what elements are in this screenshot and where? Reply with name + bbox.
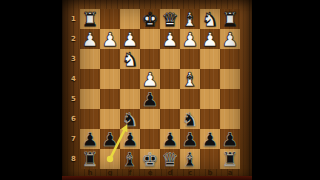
square-g8[interactable] bbox=[100, 149, 120, 169]
square-g3[interactable] bbox=[100, 49, 120, 69]
white-pawn-icon: ♟ bbox=[201, 30, 218, 49]
black-knight-icon: ♞ bbox=[181, 110, 198, 129]
square-e3[interactable] bbox=[140, 49, 160, 69]
white-pawn-icon: ♟ bbox=[221, 30, 238, 49]
white-pawn-icon: ♟ bbox=[81, 30, 98, 49]
square-h6[interactable] bbox=[80, 109, 100, 129]
square-c4[interactable]: ♝ bbox=[180, 69, 200, 89]
square-a7[interactable]: ♟ bbox=[220, 129, 240, 149]
square-d8[interactable]: ♛ bbox=[160, 149, 180, 169]
square-g7[interactable]: ♟ bbox=[100, 129, 120, 149]
square-b3[interactable] bbox=[200, 49, 220, 69]
square-a5[interactable] bbox=[220, 89, 240, 109]
square-h5[interactable] bbox=[80, 89, 100, 109]
chess-app-screen: 12345678 ♜♚♛♝♞♜♟♟♟♟♟♟♟♞♟♝♟♞♞♟♟♟♟♟♟♟♜♝♚♛♝… bbox=[0, 0, 320, 180]
square-b8[interactable] bbox=[200, 149, 220, 169]
black-bishop-icon: ♝ bbox=[121, 150, 138, 169]
black-king-icon: ♚ bbox=[141, 150, 158, 169]
white-knight-icon: ♞ bbox=[121, 50, 138, 69]
black-rook-icon: ♜ bbox=[81, 150, 98, 169]
white-bishop-icon: ♝ bbox=[181, 70, 198, 89]
white-pawn-icon: ♟ bbox=[141, 70, 158, 89]
rank-label-4: 4 bbox=[62, 69, 80, 89]
square-g2[interactable]: ♟ bbox=[100, 29, 120, 49]
black-knight-icon: ♞ bbox=[121, 110, 138, 129]
chess-board: 12345678 ♜♚♛♝♞♜♟♟♟♟♟♟♟♞♟♝♟♞♞♟♟♟♟♟♟♟♜♝♚♛♝… bbox=[62, 0, 252, 180]
square-d6[interactable] bbox=[160, 109, 180, 129]
square-b7[interactable]: ♟ bbox=[200, 129, 220, 149]
white-pawn-icon: ♟ bbox=[161, 30, 178, 49]
square-b4[interactable] bbox=[200, 69, 220, 89]
square-d7[interactable]: ♟ bbox=[160, 129, 180, 149]
square-d3[interactable] bbox=[160, 49, 180, 69]
square-h1[interactable]: ♜ bbox=[80, 9, 100, 29]
square-f5[interactable] bbox=[120, 89, 140, 109]
square-b5[interactable] bbox=[200, 89, 220, 109]
board-squares: ♜♚♛♝♞♜♟♟♟♟♟♟♟♞♟♝♟♞♞♟♟♟♟♟♟♟♜♝♚♛♝♜ bbox=[80, 9, 240, 169]
square-c8[interactable]: ♝ bbox=[180, 149, 200, 169]
black-pawn-icon: ♟ bbox=[221, 130, 238, 149]
square-e2[interactable] bbox=[140, 29, 160, 49]
rank-labels: 12345678 bbox=[62, 9, 80, 169]
square-g6[interactable] bbox=[100, 109, 120, 129]
square-c3[interactable] bbox=[180, 49, 200, 69]
square-g5[interactable] bbox=[100, 89, 120, 109]
square-b1[interactable]: ♞ bbox=[200, 9, 220, 29]
square-d5[interactable] bbox=[160, 89, 180, 109]
square-a2[interactable]: ♟ bbox=[220, 29, 240, 49]
rank-label-1: 1 bbox=[62, 9, 80, 29]
square-c6[interactable]: ♞ bbox=[180, 109, 200, 129]
square-h4[interactable] bbox=[80, 69, 100, 89]
square-e6[interactable] bbox=[140, 109, 160, 129]
square-e4[interactable]: ♟ bbox=[140, 69, 160, 89]
black-pawn-icon: ♟ bbox=[181, 130, 198, 149]
square-c5[interactable] bbox=[180, 89, 200, 109]
square-d1[interactable]: ♛ bbox=[160, 9, 180, 29]
white-pawn-icon: ♟ bbox=[101, 30, 118, 49]
rank-label-2: 2 bbox=[62, 29, 80, 49]
white-bishop-icon: ♝ bbox=[181, 10, 198, 29]
square-h2[interactable]: ♟ bbox=[80, 29, 100, 49]
rank-label-3: 3 bbox=[62, 49, 80, 69]
black-bishop-icon: ♝ bbox=[181, 150, 198, 169]
white-pawn-icon: ♟ bbox=[121, 30, 138, 49]
black-pawn-icon: ♟ bbox=[201, 130, 218, 149]
letterbox-right bbox=[252, 0, 320, 180]
square-c1[interactable]: ♝ bbox=[180, 9, 200, 29]
square-h7[interactable]: ♟ bbox=[80, 129, 100, 149]
square-c2[interactable]: ♟ bbox=[180, 29, 200, 49]
square-f3[interactable]: ♞ bbox=[120, 49, 140, 69]
square-h8[interactable]: ♜ bbox=[80, 149, 100, 169]
square-d4[interactable] bbox=[160, 69, 180, 89]
black-pawn-icon: ♟ bbox=[121, 130, 138, 149]
square-f7[interactable]: ♟ bbox=[120, 129, 140, 149]
black-rook-icon: ♜ bbox=[221, 150, 238, 169]
square-a6[interactable] bbox=[220, 109, 240, 129]
square-g4[interactable] bbox=[100, 69, 120, 89]
square-a8[interactable]: ♜ bbox=[220, 149, 240, 169]
rank-label-5: 5 bbox=[62, 89, 80, 109]
rank-label-7: 7 bbox=[62, 129, 80, 149]
white-pawn-icon: ♟ bbox=[181, 30, 198, 49]
square-f4[interactable] bbox=[120, 69, 140, 89]
square-e7[interactable] bbox=[140, 129, 160, 149]
white-rook-icon: ♜ bbox=[81, 10, 98, 29]
letterbox-left bbox=[0, 0, 62, 180]
frame-bottom-edge bbox=[62, 176, 252, 180]
rank-label-8: 8 bbox=[62, 149, 80, 169]
square-b2[interactable]: ♟ bbox=[200, 29, 220, 49]
square-d2[interactable]: ♟ bbox=[160, 29, 180, 49]
square-e5[interactable]: ♟ bbox=[140, 89, 160, 109]
square-f6[interactable]: ♞ bbox=[120, 109, 140, 129]
white-rook-icon: ♜ bbox=[221, 10, 238, 29]
square-c7[interactable]: ♟ bbox=[180, 129, 200, 149]
black-pawn-icon: ♟ bbox=[81, 130, 98, 149]
black-pawn-icon: ♟ bbox=[161, 130, 178, 149]
rank-label-6: 6 bbox=[62, 109, 80, 129]
white-knight-icon: ♞ bbox=[201, 10, 218, 29]
square-b6[interactable] bbox=[200, 109, 220, 129]
square-e1[interactable]: ♚ bbox=[140, 9, 160, 29]
black-pawn-icon: ♟ bbox=[101, 130, 118, 149]
square-e8[interactable]: ♚ bbox=[140, 149, 160, 169]
square-a3[interactable] bbox=[220, 49, 240, 69]
black-queen-icon: ♛ bbox=[161, 150, 178, 169]
black-pawn-icon: ♟ bbox=[141, 90, 158, 109]
square-f8[interactable]: ♝ bbox=[120, 149, 140, 169]
square-a4[interactable] bbox=[220, 69, 240, 89]
square-h3[interactable] bbox=[80, 49, 100, 69]
white-king-icon: ♚ bbox=[141, 10, 158, 29]
square-g1[interactable] bbox=[100, 9, 120, 29]
white-queen-icon: ♛ bbox=[161, 10, 178, 29]
square-f2[interactable]: ♟ bbox=[120, 29, 140, 49]
square-f1[interactable] bbox=[120, 9, 140, 29]
square-a1[interactable]: ♜ bbox=[220, 9, 240, 29]
